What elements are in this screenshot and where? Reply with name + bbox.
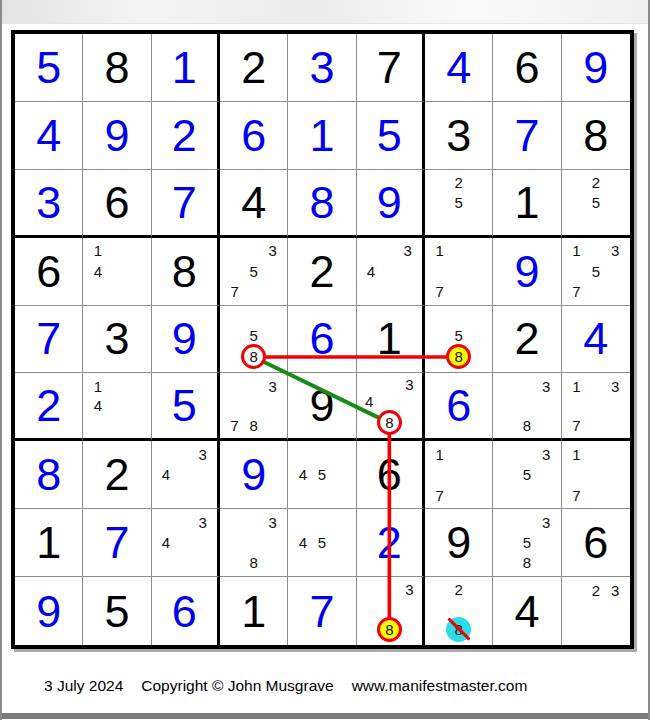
- candidate-8: 8: [517, 416, 536, 436]
- candidate-grid: 17: [562, 441, 630, 508]
- cell-digit: 9: [514, 249, 539, 294]
- cell-r1c3[interactable]: 1: [152, 34, 220, 102]
- candidate-1: 1: [430, 241, 449, 261]
- candidate-grid: 38: [220, 509, 287, 576]
- candidate-grid: 45: [288, 441, 355, 508]
- cell-r1c1[interactable]: 5: [15, 34, 83, 102]
- candidate-8: 8: [244, 553, 263, 573]
- cell-digit: 4: [514, 589, 539, 634]
- cell-r4c6[interactable]: 34: [357, 238, 425, 306]
- cell-r2c4[interactable]: 6: [220, 102, 288, 170]
- cell-digit: 3: [309, 45, 334, 90]
- cell-digit: 9: [104, 113, 129, 158]
- cell-r3c8[interactable]: 1: [493, 170, 561, 238]
- cell-r2c7[interactable]: 3: [425, 102, 493, 170]
- cell-digit: 6: [514, 45, 539, 90]
- candidate-4: 4: [157, 533, 175, 553]
- candidate-4: 4: [362, 393, 377, 410]
- candidate-7: 7: [567, 281, 586, 301]
- candidate-5: 5: [586, 192, 605, 212]
- candidate-grid: 38: [493, 373, 560, 438]
- cell-r2c2[interactable]: 9: [83, 102, 151, 170]
- candidate-1: 1: [88, 376, 107, 396]
- cell-r5c2[interactable]: 3: [83, 306, 151, 374]
- candidate-grid: 34: [357, 238, 422, 305]
- cell-r1c6[interactable]: 7: [357, 34, 425, 102]
- cell-digit: 8: [36, 452, 61, 497]
- candidate-7: 7: [567, 416, 586, 436]
- cell-r8c2[interactable]: 7: [83, 509, 151, 577]
- cell-r4c2[interactable]: 14: [83, 238, 151, 306]
- cell-digit: 1: [241, 589, 266, 634]
- cell-digit: 9: [377, 180, 402, 225]
- cell-digit: 9: [241, 452, 266, 497]
- cell-r3c9[interactable]: 25: [562, 170, 630, 238]
- cell-r7c8[interactable]: 35: [493, 441, 561, 509]
- candidate-grid: 35: [493, 441, 560, 508]
- cell-digit: 2: [309, 249, 334, 294]
- sudoku-app-window: 5812374694926153783674892512561483572341…: [0, 0, 650, 720]
- cell-digit: 7: [172, 180, 197, 225]
- candidate-4: 4: [293, 533, 312, 553]
- footer-website[interactable]: www.manifestmaster.com: [352, 677, 528, 695]
- candidate-3: 3: [606, 580, 625, 601]
- cell-digit: 7: [309, 589, 334, 634]
- cell-digit: 4: [583, 316, 608, 361]
- candidate-2: 2: [449, 173, 468, 193]
- candidate-7: 7: [430, 281, 449, 301]
- cell-r4c8[interactable]: 9: [493, 238, 561, 306]
- cell-digit: 5: [377, 113, 402, 158]
- cell-r1c9[interactable]: 9: [562, 34, 630, 102]
- cell-r2c1[interactable]: 4: [15, 102, 83, 170]
- cell-r3c2[interactable]: 6: [83, 170, 151, 238]
- cell-digit: 4: [446, 45, 471, 90]
- candidate-3: 3: [606, 241, 625, 261]
- cell-r4c7[interactable]: 17: [425, 238, 493, 306]
- cell-r3c4[interactable]: 4: [220, 170, 288, 238]
- candidate-2: 2: [586, 173, 605, 193]
- candidate-5: 5: [244, 261, 263, 281]
- candidate-7: 7: [567, 485, 586, 505]
- candidate-5: 5: [517, 533, 536, 553]
- candidate-5: 5: [312, 465, 331, 485]
- candidate-3: 3: [537, 512, 556, 532]
- cell-r8c5[interactable]: 45: [288, 509, 356, 577]
- candidate-1: 1: [567, 444, 586, 464]
- cell-r5c5[interactable]: 6: [288, 306, 356, 374]
- window-bottom-bar: [2, 713, 648, 719]
- candidate-3: 3: [606, 376, 625, 396]
- cell-r9c7[interactable]: 28: [425, 577, 493, 645]
- candidate-8: 8: [446, 617, 471, 642]
- candidate-grid: 137: [562, 373, 630, 438]
- cell-r4c3[interactable]: 8: [152, 238, 220, 306]
- cell-digit: 3: [36, 180, 61, 225]
- candidate-5: 5: [241, 326, 266, 344]
- candidate-7: 7: [430, 485, 449, 505]
- candidate-4: 4: [88, 261, 107, 281]
- candidate-5: 5: [312, 533, 331, 553]
- cell-digit: 8: [104, 45, 129, 90]
- cell-digit: 6: [241, 113, 266, 158]
- candidate-grid: 25: [562, 170, 630, 235]
- cell-r4c1[interactable]: 6: [15, 238, 83, 306]
- cell-digit: 8: [309, 180, 334, 225]
- cell-r1c7[interactable]: 4: [425, 34, 493, 102]
- cell-r1c4[interactable]: 2: [220, 34, 288, 102]
- cell-digit: 3: [104, 316, 129, 361]
- candidate-3: 3: [263, 241, 282, 261]
- cell-digit: 9: [36, 589, 61, 634]
- cell-digit: 6: [36, 249, 61, 294]
- cell-r6c9[interactable]: 137: [562, 373, 630, 441]
- candidate-grid: 23: [562, 577, 630, 645]
- candidate-1: 1: [567, 241, 586, 261]
- candidate-5: 5: [446, 326, 471, 344]
- cell-r6c7[interactable]: 6: [425, 373, 493, 441]
- candidate-grid: 1357: [562, 238, 630, 305]
- cell-r9c8[interactable]: 4: [493, 577, 561, 645]
- candidate-3: 3: [194, 512, 212, 532]
- cell-digit: 3: [446, 113, 471, 158]
- cell-digit: 6: [104, 180, 129, 225]
- cell-digit: 2: [377, 520, 402, 565]
- cell-digit: 2: [36, 383, 61, 428]
- candidate-grid: 38: [357, 577, 422, 645]
- cell-r9c1[interactable]: 9: [15, 577, 83, 645]
- cell-r4c4[interactable]: 357: [220, 238, 288, 306]
- candidate-3: 3: [263, 376, 282, 396]
- cell-digit: 9: [309, 383, 334, 428]
- candidate-3: 3: [402, 580, 417, 598]
- cell-r6c5[interactable]: 9: [288, 373, 356, 441]
- cell-digit: 7: [514, 113, 539, 158]
- cell-r5c4[interactable]: 58: [220, 306, 288, 374]
- cell-digit: 1: [36, 520, 61, 565]
- cell-r8c8[interactable]: 358: [493, 509, 561, 577]
- candidate-grid: 45: [288, 509, 355, 576]
- cell-r8c6[interactable]: 2: [357, 509, 425, 577]
- cell-r6c4[interactable]: 378: [220, 373, 288, 441]
- candidate-4: 4: [88, 396, 107, 416]
- candidate-8: 8: [377, 617, 402, 642]
- cell-digit: 4: [241, 180, 266, 225]
- candidate-3: 3: [399, 241, 417, 261]
- cell-r7c2[interactable]: 2: [83, 441, 151, 509]
- candidate-8: 8: [244, 416, 263, 436]
- cell-r9c5[interactable]: 7: [288, 577, 356, 645]
- cell-r2c9[interactable]: 8: [562, 102, 630, 170]
- cell-r8c4[interactable]: 38: [220, 509, 288, 577]
- candidate-2: 2: [586, 580, 605, 601]
- candidate-5: 5: [449, 192, 468, 212]
- cell-digit: 4: [36, 113, 61, 158]
- candidate-8: 8: [446, 344, 471, 369]
- cell-r1c8[interactable]: 6: [493, 34, 561, 102]
- candidate-4: 4: [362, 261, 380, 281]
- cell-r9c6[interactable]: 38: [357, 577, 425, 645]
- candidate-grid: 58: [425, 306, 492, 373]
- cell-r6c3[interactable]: 5: [152, 373, 220, 441]
- cell-r2c6[interactable]: 5: [357, 102, 425, 170]
- candidate-5: 5: [517, 465, 536, 485]
- candidate-7: 7: [225, 281, 244, 301]
- cell-r6c2[interactable]: 14: [83, 373, 151, 441]
- cell-digit: 5: [172, 383, 197, 428]
- candidate-7: 7: [225, 416, 244, 436]
- cell-r3c5[interactable]: 8: [288, 170, 356, 238]
- cell-digit: 9: [446, 520, 471, 565]
- candidate-1: 1: [88, 241, 107, 261]
- candidate-3: 3: [537, 444, 556, 464]
- cell-r7c1[interactable]: 8: [15, 441, 83, 509]
- cell-r5c6[interactable]: 1: [357, 306, 425, 374]
- cell-r5c3[interactable]: 9: [152, 306, 220, 374]
- candidate-8: 8: [517, 553, 536, 573]
- cell-r2c8[interactable]: 7: [493, 102, 561, 170]
- cell-r4c9[interactable]: 1357: [562, 238, 630, 306]
- cell-digit: 1: [309, 113, 334, 158]
- cell-r5c7[interactable]: 58: [425, 306, 493, 374]
- cell-r5c9[interactable]: 4: [562, 306, 630, 374]
- candidate-grid: 14: [83, 238, 150, 305]
- cell-digit: 8: [583, 113, 608, 158]
- cell-r7c4[interactable]: 9: [220, 441, 288, 509]
- candidate-4: 4: [157, 465, 175, 485]
- candidate-2: 2: [446, 580, 471, 598]
- candidate-grid: 28: [425, 577, 492, 645]
- cell-r1c5[interactable]: 3: [288, 34, 356, 102]
- cell-digit: 7: [377, 45, 402, 90]
- cell-r3c6[interactable]: 9: [357, 170, 425, 238]
- cell-r9c3[interactable]: 6: [152, 577, 220, 645]
- candidate-8: 8: [377, 410, 402, 435]
- cell-digit: 9: [172, 316, 197, 361]
- cell-digit: 5: [36, 45, 61, 90]
- cell-r9c2[interactable]: 5: [83, 577, 151, 645]
- cell-r9c9[interactable]: 23: [562, 577, 630, 645]
- candidate-grid: 14: [83, 373, 150, 438]
- cell-digit: 2: [514, 316, 539, 361]
- candidate-3: 3: [402, 376, 417, 393]
- candidate-grid: 357: [220, 238, 287, 305]
- cell-r6c6[interactable]: 348: [357, 373, 425, 441]
- footer-copyright: Copyright © John Musgrave: [141, 677, 333, 695]
- cell-digit: 1: [377, 316, 402, 361]
- sudoku-board: 5812374694926153783674892512561483572341…: [11, 30, 634, 649]
- candidate-8: 8: [241, 344, 266, 369]
- cell-digit: 9: [583, 45, 608, 90]
- cell-digit: 2: [241, 45, 266, 90]
- candidate-grid: 58: [220, 306, 287, 373]
- cell-r8c7[interactable]: 9: [425, 509, 493, 577]
- cell-r7c6[interactable]: 6: [357, 441, 425, 509]
- cell-r7c5[interactable]: 45: [288, 441, 356, 509]
- cell-digit: 8: [172, 249, 197, 294]
- cell-r7c9[interactable]: 17: [562, 441, 630, 509]
- cell-digit: 6: [377, 452, 402, 497]
- cell-digit: 2: [172, 113, 197, 158]
- cell-r8c9[interactable]: 6: [562, 509, 630, 577]
- candidate-3: 3: [537, 376, 556, 396]
- cell-digit: 1: [514, 180, 539, 225]
- cell-digit: 6: [446, 383, 471, 428]
- candidate-grid: 17: [425, 238, 492, 305]
- cell-digit: 6: [172, 589, 197, 634]
- candidate-3: 3: [194, 444, 212, 464]
- cell-r1c2[interactable]: 8: [83, 34, 151, 102]
- candidate-5: 5: [586, 261, 605, 281]
- cell-r2c5[interactable]: 1: [288, 102, 356, 170]
- cell-digit: 5: [104, 589, 129, 634]
- cell-r7c7[interactable]: 17: [425, 441, 493, 509]
- candidate-grid: 34: [152, 509, 217, 576]
- cell-r7c3[interactable]: 34: [152, 441, 220, 509]
- candidate-grid: 17: [425, 441, 492, 508]
- cell-digit: 7: [104, 520, 129, 565]
- candidate-grid: 378: [220, 373, 287, 438]
- cell-r8c3[interactable]: 34: [152, 509, 220, 577]
- cell-digit: 6: [583, 520, 608, 565]
- cell-r4c5[interactable]: 2: [288, 238, 356, 306]
- cell-r3c7[interactable]: 25: [425, 170, 493, 238]
- footer-date: 3 July 2024: [44, 677, 123, 695]
- cell-digit: 7: [36, 316, 61, 361]
- candidate-grid: 25: [425, 170, 492, 235]
- candidate-3: 3: [263, 512, 282, 532]
- candidate-grid: 358: [493, 509, 560, 576]
- cell-digit: 2: [104, 452, 129, 497]
- cell-r5c1[interactable]: 7: [15, 306, 83, 374]
- cell-r6c8[interactable]: 38: [493, 373, 561, 441]
- candidate-grid: 34: [152, 441, 217, 508]
- cell-r8c1[interactable]: 1: [15, 509, 83, 577]
- cell-r2c3[interactable]: 2: [152, 102, 220, 170]
- cell-digit: 6: [309, 316, 334, 361]
- candidate-4: 4: [293, 465, 312, 485]
- cell-digit: 1: [172, 45, 197, 90]
- candidate-1: 1: [430, 444, 449, 464]
- cell-r3c3[interactable]: 7: [152, 170, 220, 238]
- cell-r9c4[interactable]: 1: [220, 577, 288, 645]
- cell-r5c8[interactable]: 2: [493, 306, 561, 374]
- titlebar-strip: [2, 0, 648, 24]
- footer: 3 July 2024 Copyright © John Musgrave ww…: [44, 677, 527, 695]
- candidate-1: 1: [567, 376, 586, 396]
- candidate-grid: 348: [357, 373, 422, 438]
- cell-r3c1[interactable]: 3: [15, 170, 83, 238]
- cell-r6c1[interactable]: 2: [15, 373, 83, 441]
